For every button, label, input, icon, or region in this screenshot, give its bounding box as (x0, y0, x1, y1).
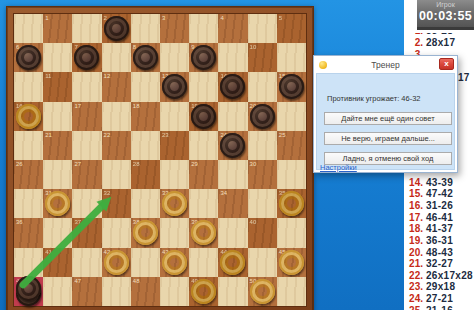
square-50[interactable]: 50 (248, 277, 277, 306)
light-square[interactable] (189, 14, 218, 43)
square-42[interactable]: 42 (102, 248, 131, 277)
square-35[interactable]: 35 (277, 189, 306, 218)
light-square[interactable] (14, 14, 43, 43)
move-number: 2. (404, 37, 423, 48)
square-number: 30 (250, 161, 257, 167)
light-square[interactable] (248, 72, 277, 101)
square-1[interactable]: 1 (43, 14, 72, 43)
square-number: 27 (74, 161, 81, 167)
threat-message: Противник угрожает: 46-32 (327, 94, 421, 103)
light-square[interactable] (160, 43, 189, 72)
move-text: 43-39 (426, 177, 453, 188)
light-square[interactable] (131, 14, 160, 43)
move-number: 21. (404, 258, 423, 269)
square-15[interactable]: 15 (277, 72, 306, 101)
square-number: 29 (191, 161, 198, 167)
light-square[interactable] (160, 102, 189, 131)
light-square[interactable] (72, 14, 101, 43)
move-number: 22. (404, 270, 423, 281)
move-row-19: 19.36-31 (404, 235, 474, 246)
black-man-piece[interactable] (191, 104, 216, 129)
white-man-piece[interactable] (162, 250, 187, 275)
square-number: 3 (162, 15, 165, 21)
square-39[interactable]: 39 (189, 218, 218, 247)
move-row-25: 25.21-16 (404, 305, 474, 310)
square-31[interactable]: 31 (43, 189, 72, 218)
square-45[interactable]: 45 (277, 248, 306, 277)
white-man-piece[interactable] (279, 250, 304, 275)
clock-label: Игрок (417, 1, 474, 8)
square-44[interactable]: 44 (218, 248, 247, 277)
player-clock: Игрок 00:03:55 (417, 0, 474, 30)
trainer-dialog: Тренер x Противник угрожает: 46-32 Дайте… (313, 55, 458, 173)
black-king-piece[interactable] (16, 279, 41, 304)
move-row-20: 20.48-43 (404, 247, 474, 258)
square-28[interactable]: 28 (131, 160, 160, 189)
move-row-17: 17.46-41 (404, 212, 474, 223)
move-number: 24. (404, 293, 423, 304)
light-square[interactable] (277, 102, 306, 131)
square-33[interactable]: 33 (160, 189, 189, 218)
move-text: 21-16 (426, 305, 453, 310)
move-number: 15. (404, 188, 423, 199)
move-row-18: 18.41-37 (404, 223, 474, 234)
square-9[interactable]: 9 (189, 43, 218, 72)
square-47[interactable]: 47 (72, 277, 101, 306)
light-square[interactable] (248, 14, 277, 43)
square-26[interactable]: 26 (14, 160, 43, 189)
light-square[interactable] (72, 248, 101, 277)
dialog-title: Тренер (314, 60, 457, 70)
square-2[interactable]: 2 (102, 14, 131, 43)
black-man-piece[interactable] (162, 74, 187, 99)
advice-button[interactable]: Дайте мне ещё один совет (324, 112, 452, 125)
square-number: 34 (220, 190, 227, 196)
black-man-piece[interactable] (220, 133, 245, 158)
light-square[interactable] (131, 72, 160, 101)
black-man-piece[interactable] (220, 74, 245, 99)
square-number: 28 (133, 161, 140, 167)
light-square[interactable] (277, 160, 306, 189)
square-number: 36 (16, 219, 23, 225)
move-text: 31-26 (426, 200, 453, 211)
light-square[interactable] (72, 189, 101, 218)
white-man-piece[interactable] (220, 250, 245, 275)
move-row-24: 24.27-21 (404, 293, 474, 304)
black-man-piece[interactable] (133, 45, 158, 70)
light-square[interactable] (102, 43, 131, 72)
light-square[interactable] (43, 277, 72, 306)
square-number: 21 (45, 132, 52, 138)
move-number: 20. (404, 247, 423, 258)
move-row-21: 21.32-27 (404, 258, 474, 269)
square-number: 26 (16, 161, 23, 167)
move-text: 29x18 (426, 281, 455, 292)
square-3[interactable]: 3 (160, 14, 189, 43)
move-number: 17. (404, 212, 423, 223)
black-man-piece[interactable] (250, 104, 275, 129)
light-square[interactable] (160, 277, 189, 306)
light-square[interactable] (14, 189, 43, 218)
move-text: 36-31 (426, 235, 453, 246)
light-square[interactable] (277, 277, 306, 306)
light-square[interactable] (189, 131, 218, 160)
square-23[interactable]: 23 (160, 131, 189, 160)
move-row-16: 16.31-26 (404, 200, 474, 211)
move-text: 26x17x28 (426, 270, 473, 281)
light-square[interactable] (14, 131, 43, 160)
move-number: 16. (404, 200, 423, 211)
light-square[interactable] (218, 160, 247, 189)
light-square[interactable] (189, 72, 218, 101)
white-man-piece[interactable] (104, 250, 129, 275)
light-square[interactable] (131, 131, 160, 160)
move-text: 48-43 (426, 247, 453, 258)
square-number: 25 (279, 132, 286, 138)
move-text: 27-21 (426, 293, 453, 304)
black-man-piece[interactable] (191, 45, 216, 70)
square-8[interactable]: 8 (131, 43, 160, 72)
square-32[interactable]: 32 (102, 189, 131, 218)
square-40[interactable]: 40 (248, 218, 277, 247)
light-square[interactable] (248, 131, 277, 160)
light-square[interactable] (218, 218, 247, 247)
move-fragment: 17 (458, 72, 470, 83)
light-square[interactable] (14, 72, 43, 101)
light-square[interactable] (43, 102, 72, 131)
light-square[interactable] (102, 102, 131, 131)
light-square[interactable] (189, 248, 218, 277)
light-square[interactable] (72, 131, 101, 160)
square-16[interactable]: 16 (14, 102, 43, 131)
light-square[interactable] (248, 248, 277, 277)
light-square[interactable] (43, 43, 72, 72)
move-text: 32-27 (426, 258, 453, 269)
square-7[interactable]: 7 (72, 43, 101, 72)
light-square[interactable] (43, 160, 72, 189)
move-row-14: 14.43-39 (404, 177, 474, 188)
square-19[interactable]: 19 (189, 102, 218, 131)
square-number: 41 (45, 249, 52, 255)
move-row-23: 23.29x18 (404, 281, 474, 292)
continue-button[interactable]: Не верю, играем дальше... (324, 132, 452, 145)
square-21[interactable]: 21 (43, 131, 72, 160)
light-square[interactable] (102, 277, 131, 306)
light-square[interactable] (277, 218, 306, 247)
light-square[interactable] (248, 189, 277, 218)
light-square[interactable] (43, 218, 72, 247)
white-man-piece[interactable] (250, 279, 275, 304)
light-square[interactable] (102, 160, 131, 189)
black-man-piece[interactable] (104, 16, 129, 41)
white-man-piece[interactable] (279, 191, 304, 216)
move-row-2: 2.28x17 (404, 37, 474, 48)
square-11[interactable]: 11 (43, 72, 72, 101)
move-number: 23. (404, 281, 423, 292)
board-grid[interactable]: 1234567891011121314151617181920212223242… (13, 13, 307, 307)
draughts-board: 1234567891011121314151617181920212223242… (6, 6, 314, 310)
square-37[interactable]: 37 (72, 218, 101, 247)
clock-time: 00:03:55 (417, 9, 474, 23)
square-29[interactable]: 29 (189, 160, 218, 189)
move-row-22: 22.26x17x28 (404, 270, 474, 281)
move-text: 47-42 (426, 188, 453, 199)
settings-link[interactable]: Настройки (320, 163, 357, 172)
square-49[interactable]: 49 (189, 277, 218, 306)
square-22[interactable]: 22 (102, 131, 131, 160)
light-square[interactable] (14, 248, 43, 277)
square-6[interactable]: 6 (14, 43, 43, 72)
black-man-piece[interactable] (279, 74, 304, 99)
square-38[interactable]: 38 (131, 218, 160, 247)
light-square[interactable] (277, 43, 306, 72)
light-square[interactable] (131, 189, 160, 218)
close-icon[interactable]: x (439, 58, 454, 70)
square-number: 4 (220, 15, 223, 21)
square-4[interactable]: 4 (218, 14, 247, 43)
black-man-piece[interactable] (74, 45, 99, 70)
square-number: 11 (45, 73, 51, 79)
square-25[interactable]: 25 (277, 131, 306, 160)
dialog-titlebar[interactable]: Тренер x (314, 56, 457, 73)
square-27[interactable]: 27 (72, 160, 101, 189)
dialog-body: Противник угрожает: 46-32 Дайте мне ещё … (316, 73, 455, 170)
white-man-piece[interactable] (162, 191, 187, 216)
square-number: 18 (133, 103, 140, 109)
square-17[interactable]: 17 (72, 102, 101, 131)
square-number: 23 (162, 132, 169, 138)
square-number: 32 (104, 190, 111, 196)
square-43[interactable]: 43 (160, 248, 189, 277)
square-5[interactable]: 5 (277, 14, 306, 43)
square-12[interactable]: 12 (102, 72, 131, 101)
square-24[interactable]: 24 (218, 131, 247, 160)
light-square[interactable] (189, 189, 218, 218)
square-34[interactable]: 34 (218, 189, 247, 218)
square-number: 10 (250, 44, 257, 50)
square-number: 1 (45, 15, 48, 21)
square-41[interactable]: 41 (43, 248, 72, 277)
white-man-piece[interactable] (191, 279, 216, 304)
light-square[interactable] (218, 277, 247, 306)
black-man-piece[interactable] (16, 45, 41, 70)
square-10[interactable]: 10 (248, 43, 277, 72)
light-square[interactable] (218, 102, 247, 131)
square-number: 48 (133, 278, 140, 284)
white-man-piece[interactable] (191, 220, 216, 245)
square-number: 17 (74, 103, 81, 109)
square-number: 22 (104, 132, 111, 138)
white-man-piece[interactable] (133, 220, 158, 245)
move-number: 14. (404, 177, 423, 188)
move-text: 46-41 (426, 212, 453, 223)
light-square[interactable] (218, 43, 247, 72)
square-18[interactable]: 18 (131, 102, 160, 131)
clock-card: Игрок 00:03:55 (404, 0, 474, 33)
white-man-piece[interactable] (45, 191, 70, 216)
light-square[interactable] (160, 160, 189, 189)
square-20[interactable]: 20 (248, 102, 277, 131)
square-30[interactable]: 30 (248, 160, 277, 189)
square-number: 12 (104, 73, 111, 79)
black-king-disc (16, 276, 41, 301)
move-number: 25. (404, 305, 423, 310)
square-14[interactable]: 14 (218, 72, 247, 101)
light-square[interactable] (160, 218, 189, 247)
light-square[interactable] (102, 218, 131, 247)
square-48[interactable]: 48 (131, 277, 160, 306)
light-square[interactable] (72, 72, 101, 101)
move-number: 18. (404, 223, 423, 234)
app-window: 1234567891011121314151617181920212223242… (0, 0, 474, 310)
white-man-piece[interactable] (16, 104, 41, 129)
square-13[interactable]: 13 (160, 72, 189, 101)
square-46[interactable]: 46 (14, 277, 43, 306)
light-square[interactable] (131, 248, 160, 277)
square-number: 5 (279, 15, 282, 21)
move-text: 41-37 (426, 223, 453, 234)
move-number: 19. (404, 235, 423, 246)
square-36[interactable]: 36 (14, 218, 43, 247)
square-number: 47 (74, 278, 81, 284)
square-number: 37 (74, 219, 81, 225)
square-number: 40 (250, 219, 257, 225)
move-text: 28x17 (426, 37, 455, 48)
move-row-15: 15.47-42 (404, 188, 474, 199)
